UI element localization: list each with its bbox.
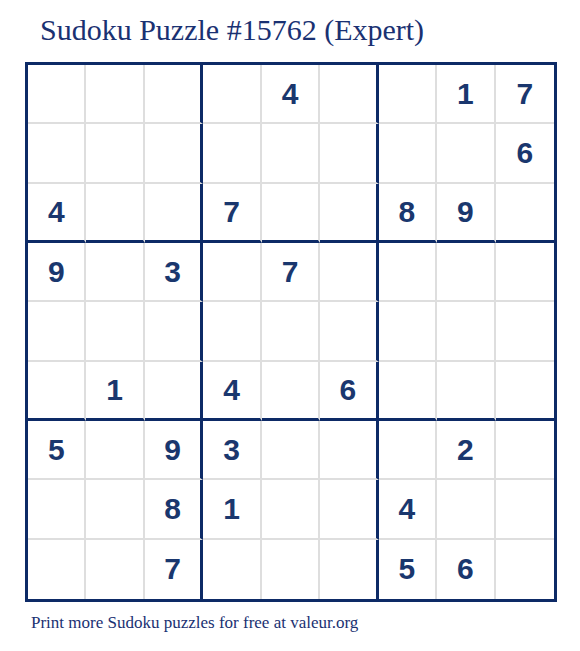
cell-r6c7[interactable] bbox=[379, 362, 437, 421]
sudoku-board: 417647899371465932814756 bbox=[25, 62, 557, 602]
cell-r5c9[interactable] bbox=[496, 302, 554, 361]
cell-r8c5[interactable] bbox=[262, 480, 320, 539]
cell-r5c1[interactable] bbox=[28, 302, 86, 361]
cell-r8c6[interactable] bbox=[320, 480, 378, 539]
cell-r8c9[interactable] bbox=[496, 480, 554, 539]
cell-r9c5[interactable] bbox=[262, 540, 320, 599]
cell-r4c9[interactable] bbox=[496, 243, 554, 302]
cell-r2c4[interactable] bbox=[203, 124, 261, 183]
cell-r7c6[interactable] bbox=[320, 421, 378, 480]
cell-r4c2[interactable] bbox=[86, 243, 144, 302]
cell-r4c8[interactable] bbox=[437, 243, 495, 302]
cell-r2c7[interactable] bbox=[379, 124, 437, 183]
cell-r1c7[interactable] bbox=[379, 65, 437, 124]
cell-r4c5: 7 bbox=[262, 243, 320, 302]
cell-r1c9: 7 bbox=[496, 65, 554, 124]
cell-r5c3[interactable] bbox=[145, 302, 203, 361]
cell-r4c6[interactable] bbox=[320, 243, 378, 302]
cell-r3c6[interactable] bbox=[320, 184, 378, 243]
cell-r6c5[interactable] bbox=[262, 362, 320, 421]
cell-r9c2[interactable] bbox=[86, 540, 144, 599]
cell-r1c6[interactable] bbox=[320, 65, 378, 124]
cell-r6c4: 4 bbox=[203, 362, 261, 421]
cell-r5c5[interactable] bbox=[262, 302, 320, 361]
cell-r2c2[interactable] bbox=[86, 124, 144, 183]
cell-r8c2[interactable] bbox=[86, 480, 144, 539]
cell-r7c7[interactable] bbox=[379, 421, 437, 480]
cell-r7c4: 3 bbox=[203, 421, 261, 480]
cell-r1c8: 1 bbox=[437, 65, 495, 124]
cell-r1c3[interactable] bbox=[145, 65, 203, 124]
cell-r7c5[interactable] bbox=[262, 421, 320, 480]
cell-r1c4[interactable] bbox=[203, 65, 261, 124]
cell-r8c7: 4 bbox=[379, 480, 437, 539]
cell-r7c9[interactable] bbox=[496, 421, 554, 480]
cell-r2c9: 6 bbox=[496, 124, 554, 183]
cell-r9c7: 5 bbox=[379, 540, 437, 599]
cell-r7c3: 9 bbox=[145, 421, 203, 480]
cell-r6c8[interactable] bbox=[437, 362, 495, 421]
cell-r5c4[interactable] bbox=[203, 302, 261, 361]
cell-r9c3: 7 bbox=[145, 540, 203, 599]
cell-r8c4: 1 bbox=[203, 480, 261, 539]
cell-r3c7: 8 bbox=[379, 184, 437, 243]
cell-r8c8[interactable] bbox=[437, 480, 495, 539]
cell-r3c5[interactable] bbox=[262, 184, 320, 243]
cell-r6c1[interactable] bbox=[28, 362, 86, 421]
cell-r6c6: 6 bbox=[320, 362, 378, 421]
cell-r3c9[interactable] bbox=[496, 184, 554, 243]
cell-r5c6[interactable] bbox=[320, 302, 378, 361]
cell-r7c8: 2 bbox=[437, 421, 495, 480]
cell-r1c5: 4 bbox=[262, 65, 320, 124]
cell-r3c1: 4 bbox=[28, 184, 86, 243]
cell-r9c8: 6 bbox=[437, 540, 495, 599]
cell-r3c4: 7 bbox=[203, 184, 261, 243]
cell-r1c2[interactable] bbox=[86, 65, 144, 124]
cell-r3c8: 9 bbox=[437, 184, 495, 243]
cell-r7c1: 5 bbox=[28, 421, 86, 480]
cell-r9c9[interactable] bbox=[496, 540, 554, 599]
cell-r1c1[interactable] bbox=[28, 65, 86, 124]
cell-r3c2[interactable] bbox=[86, 184, 144, 243]
cell-r9c1[interactable] bbox=[28, 540, 86, 599]
page-title: Sudoku Puzzle #15762 (Expert) bbox=[40, 13, 424, 48]
cell-r8c1[interactable] bbox=[28, 480, 86, 539]
cell-r7c2[interactable] bbox=[86, 421, 144, 480]
cell-r5c2[interactable] bbox=[86, 302, 144, 361]
cell-r8c3: 8 bbox=[145, 480, 203, 539]
cell-r9c6[interactable] bbox=[320, 540, 378, 599]
cell-r2c1[interactable] bbox=[28, 124, 86, 183]
cell-r2c6[interactable] bbox=[320, 124, 378, 183]
cell-r4c4[interactable] bbox=[203, 243, 261, 302]
cell-r5c7[interactable] bbox=[379, 302, 437, 361]
footer-text: Print more Sudoku puzzles for free at va… bbox=[31, 613, 358, 633]
cell-r4c1: 9 bbox=[28, 243, 86, 302]
cell-r6c9[interactable] bbox=[496, 362, 554, 421]
cell-r4c3: 3 bbox=[145, 243, 203, 302]
cell-r9c4[interactable] bbox=[203, 540, 261, 599]
cell-r2c3[interactable] bbox=[145, 124, 203, 183]
cell-r5c8[interactable] bbox=[437, 302, 495, 361]
cell-r2c8[interactable] bbox=[437, 124, 495, 183]
cell-r3c3[interactable] bbox=[145, 184, 203, 243]
cell-r6c2: 1 bbox=[86, 362, 144, 421]
cell-r2c5[interactable] bbox=[262, 124, 320, 183]
cell-r4c7[interactable] bbox=[379, 243, 437, 302]
cell-r6c3[interactable] bbox=[145, 362, 203, 421]
